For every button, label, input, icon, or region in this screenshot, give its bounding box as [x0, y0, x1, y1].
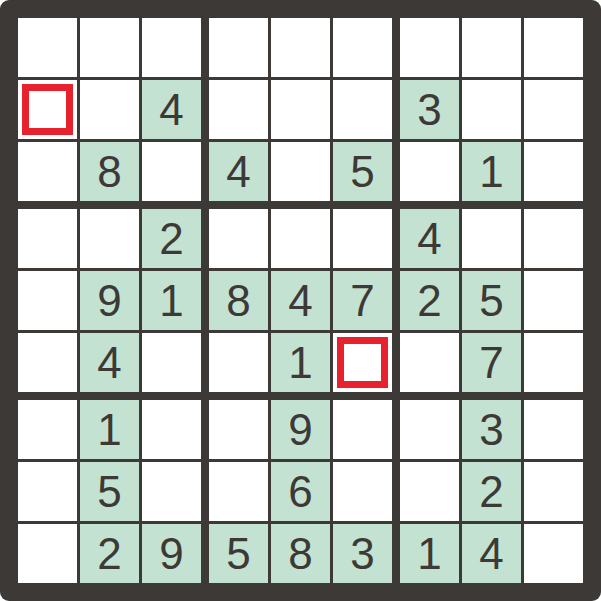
cell-r9c4[interactable]: 5: [209, 524, 268, 583]
cell-r3c8[interactable]: 1: [462, 142, 521, 201]
cell-r1c4[interactable]: [209, 18, 268, 77]
cell-r5c8[interactable]: 5: [462, 271, 521, 330]
cell-r7c9[interactable]: [524, 400, 583, 459]
cell-r6c3[interactable]: [142, 333, 201, 392]
cell-r4c6[interactable]: [333, 209, 392, 268]
cell-r4c2[interactable]: [80, 209, 139, 268]
cell-r6c1[interactable]: [18, 333, 77, 392]
cell-r6c7[interactable]: [400, 333, 459, 392]
cell-r5c6[interactable]: 7: [333, 271, 392, 330]
cell-r9c5[interactable]: 8: [271, 524, 330, 583]
cell-r9c9[interactable]: [524, 524, 583, 583]
marked-cell-outline: [337, 337, 388, 388]
cell-r5c1[interactable]: [18, 271, 77, 330]
sudoku-page: 4384512491847254171935622958314: [0, 0, 601, 601]
cell-r2c3[interactable]: 4: [142, 80, 201, 139]
cell-r9c7[interactable]: 1: [400, 524, 459, 583]
cell-r3c3[interactable]: [142, 142, 201, 201]
cell-r4c9[interactable]: [524, 209, 583, 268]
cell-r4c1[interactable]: [18, 209, 77, 268]
cell-r6c8[interactable]: 7: [462, 333, 521, 392]
cell-r2c5[interactable]: [271, 80, 330, 139]
cell-r8c7[interactable]: [400, 462, 459, 521]
cell-r9c8[interactable]: 4: [462, 524, 521, 583]
cell-r3c4[interactable]: 4: [209, 142, 268, 201]
cell-r2c7[interactable]: 3: [400, 80, 459, 139]
cell-r7c1[interactable]: [18, 400, 77, 459]
cell-r1c7[interactable]: [400, 18, 459, 77]
cell-r3c2[interactable]: 8: [80, 142, 139, 201]
cell-r5c4[interactable]: 8: [209, 271, 268, 330]
cell-r7c4[interactable]: [209, 400, 268, 459]
cell-r8c9[interactable]: [524, 462, 583, 521]
sudoku-grid: 4384512491847254171935622958314: [18, 18, 583, 583]
cell-r4c8[interactable]: [462, 209, 521, 268]
cell-r1c8[interactable]: [462, 18, 521, 77]
cell-r5c9[interactable]: [524, 271, 583, 330]
cell-r7c6[interactable]: [333, 400, 392, 459]
cell-r7c5[interactable]: 9: [271, 400, 330, 459]
cell-r5c3[interactable]: 1: [142, 271, 201, 330]
cell-r8c5[interactable]: 6: [271, 462, 330, 521]
cell-r5c5[interactable]: 4: [271, 271, 330, 330]
cell-r1c5[interactable]: [271, 18, 330, 77]
cell-r3c9[interactable]: [524, 142, 583, 201]
cell-r6c6[interactable]: [333, 333, 392, 392]
cell-r3c6[interactable]: 5: [333, 142, 392, 201]
cell-r8c8[interactable]: 2: [462, 462, 521, 521]
cell-r9c2[interactable]: 2: [80, 524, 139, 583]
cell-r7c3[interactable]: [142, 400, 201, 459]
cell-r8c6[interactable]: [333, 462, 392, 521]
cell-r2c2[interactable]: [80, 80, 139, 139]
cell-r6c2[interactable]: 4: [80, 333, 139, 392]
cell-r8c2[interactable]: 5: [80, 462, 139, 521]
cell-r1c6[interactable]: [333, 18, 392, 77]
cell-r9c3[interactable]: 9: [142, 524, 201, 583]
cell-r6c9[interactable]: [524, 333, 583, 392]
cell-r3c5[interactable]: [271, 142, 330, 201]
cell-r1c2[interactable]: [80, 18, 139, 77]
cell-r5c7[interactable]: 2: [400, 271, 459, 330]
cell-r3c7[interactable]: [400, 142, 459, 201]
cell-r1c9[interactable]: [524, 18, 583, 77]
cell-r2c9[interactable]: [524, 80, 583, 139]
sudoku-board: 4384512491847254171935622958314: [0, 0, 601, 601]
cell-r1c3[interactable]: [142, 18, 201, 77]
cell-r2c4[interactable]: [209, 80, 268, 139]
cell-r6c4[interactable]: [209, 333, 268, 392]
cell-r9c1[interactable]: [18, 524, 77, 583]
cell-r4c4[interactable]: [209, 209, 268, 268]
cell-r7c8[interactable]: 3: [462, 400, 521, 459]
cell-r2c6[interactable]: [333, 80, 392, 139]
cell-r9c6[interactable]: 3: [333, 524, 392, 583]
cell-r1c1[interactable]: [18, 18, 77, 77]
cell-r6c5[interactable]: 1: [271, 333, 330, 392]
cell-r7c7[interactable]: [400, 400, 459, 459]
cell-r5c2[interactable]: 9: [80, 271, 139, 330]
cell-r3c1[interactable]: [18, 142, 77, 201]
cell-r7c2[interactable]: 1: [80, 400, 139, 459]
cell-r8c4[interactable]: [209, 462, 268, 521]
cell-r4c3[interactable]: 2: [142, 209, 201, 268]
marked-cell-outline: [22, 84, 73, 135]
cell-r4c5[interactable]: [271, 209, 330, 268]
cell-r8c1[interactable]: [18, 462, 77, 521]
cell-r8c3[interactable]: [142, 462, 201, 521]
cell-r2c8[interactable]: [462, 80, 521, 139]
cell-r4c7[interactable]: 4: [400, 209, 459, 268]
cell-r2c1[interactable]: [18, 80, 77, 139]
